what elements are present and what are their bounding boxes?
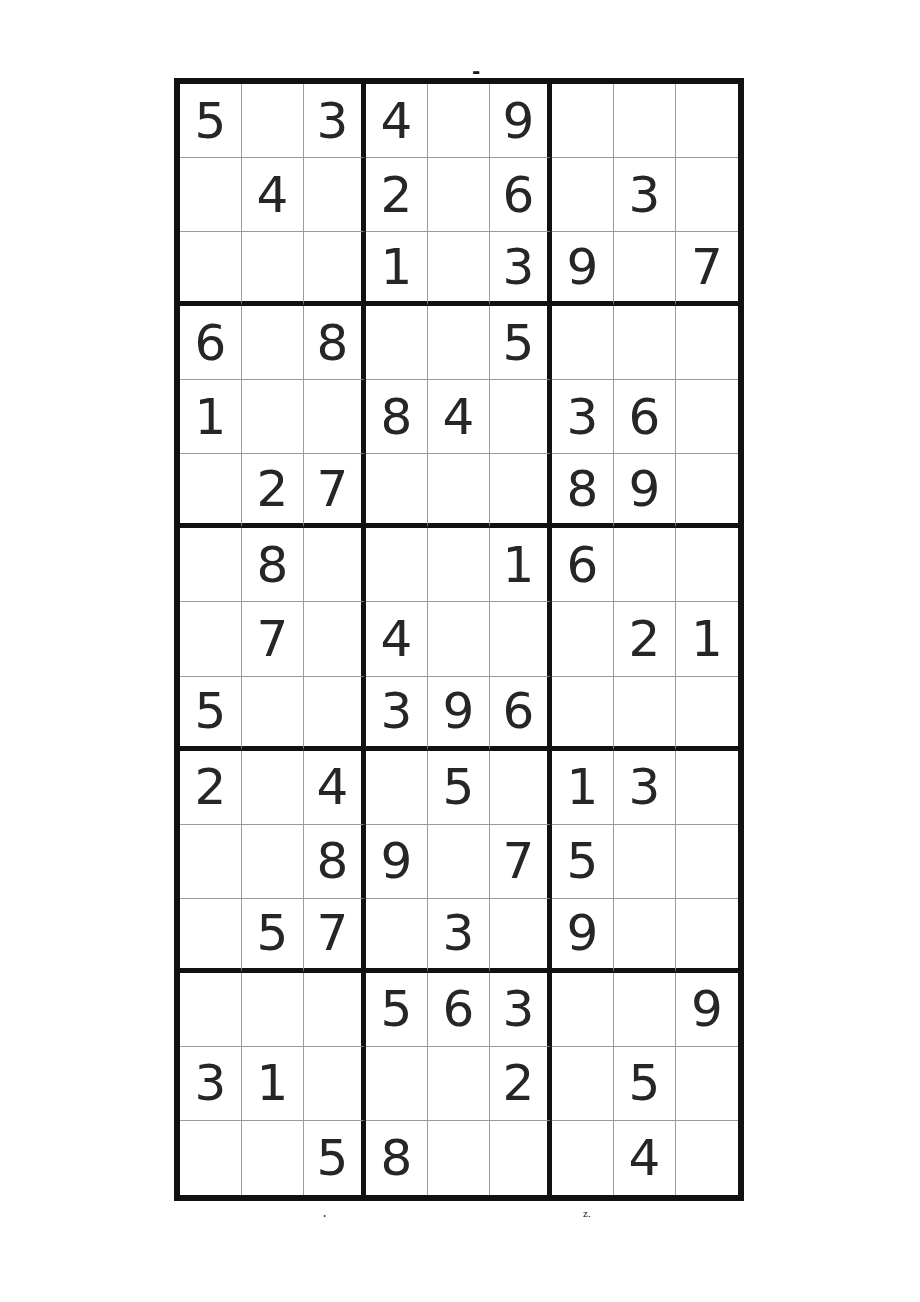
cell-r3c2 <box>242 232 304 306</box>
cell-r4c9 <box>676 306 738 380</box>
cell-r8c7 <box>552 602 614 676</box>
cell-r4c3: 8 <box>304 306 366 380</box>
cell-r11c3: 8 <box>304 825 366 899</box>
cell-r1c1: 5 <box>180 84 242 158</box>
cell-r5c5: 4 <box>428 380 490 454</box>
cell-r1c7 <box>552 84 614 158</box>
cell-r15c7 <box>552 1121 614 1195</box>
cell-r9c9 <box>676 677 738 751</box>
cell-r14c4 <box>366 1047 428 1121</box>
cell-r3c1 <box>180 232 242 306</box>
cell-r4c5 <box>428 306 490 380</box>
cell-r10c8: 3 <box>614 751 676 825</box>
cell-r2c6: 6 <box>490 158 552 232</box>
cell-r7c6: 1 <box>490 528 552 602</box>
cell-r14c1: 3 <box>180 1047 242 1121</box>
cell-r14c7 <box>552 1047 614 1121</box>
cell-r9c5: 9 <box>428 677 490 751</box>
cell-r7c7: 6 <box>552 528 614 602</box>
cell-r8c5 <box>428 602 490 676</box>
cell-r1c9 <box>676 84 738 158</box>
cell-r9c6: 6 <box>490 677 552 751</box>
cell-r5c1: 1 <box>180 380 242 454</box>
cell-r10c7: 1 <box>552 751 614 825</box>
cell-r15c9 <box>676 1121 738 1195</box>
cell-r14c5 <box>428 1047 490 1121</box>
page-artifact-bottom-z-label: z. <box>583 1208 591 1219</box>
cell-r2c5 <box>428 158 490 232</box>
cell-r15c8: 4 <box>614 1121 676 1195</box>
cell-r9c1: 5 <box>180 677 242 751</box>
cell-r1c4: 4 <box>366 84 428 158</box>
cell-r1c6: 9 <box>490 84 552 158</box>
cell-r15c2 <box>242 1121 304 1195</box>
cell-r11c1 <box>180 825 242 899</box>
cell-r13c2 <box>242 973 304 1047</box>
cell-r5c6 <box>490 380 552 454</box>
cell-r3c8 <box>614 232 676 306</box>
cell-r12c3: 7 <box>304 899 366 973</box>
cell-r12c7: 9 <box>552 899 614 973</box>
cell-r13c9: 9 <box>676 973 738 1047</box>
cell-r4c1: 6 <box>180 306 242 380</box>
cell-r3c9: 7 <box>676 232 738 306</box>
cell-r12c9 <box>676 899 738 973</box>
cell-r7c2: 8 <box>242 528 304 602</box>
cell-r2c4: 2 <box>366 158 428 232</box>
cell-r12c1 <box>180 899 242 973</box>
cell-r4c4 <box>366 306 428 380</box>
cell-r10c4 <box>366 751 428 825</box>
cell-r10c1: 2 <box>180 751 242 825</box>
cell-r7c4 <box>366 528 428 602</box>
cell-r2c7 <box>552 158 614 232</box>
cell-r8c2: 7 <box>242 602 304 676</box>
cell-r9c7 <box>552 677 614 751</box>
cell-r15c5 <box>428 1121 490 1195</box>
cell-r5c8: 6 <box>614 380 676 454</box>
cell-r6c5 <box>428 454 490 528</box>
cell-r10c3: 4 <box>304 751 366 825</box>
cell-r4c2 <box>242 306 304 380</box>
scanned-puzzle-page: - 53494263139768518436278981674215396245… <box>0 0 920 1302</box>
cell-r2c2: 4 <box>242 158 304 232</box>
cell-r10c5: 5 <box>428 751 490 825</box>
cell-r13c5: 6 <box>428 973 490 1047</box>
cell-r2c3 <box>304 158 366 232</box>
cell-r7c8 <box>614 528 676 602</box>
cell-r11c2 <box>242 825 304 899</box>
cell-r14c6: 2 <box>490 1047 552 1121</box>
cell-r3c7: 9 <box>552 232 614 306</box>
cell-r14c9 <box>676 1047 738 1121</box>
cell-r1c2 <box>242 84 304 158</box>
cell-r2c9 <box>676 158 738 232</box>
cell-r11c4: 9 <box>366 825 428 899</box>
sudoku-board: 5349426313976851843627898167421539624513… <box>174 78 744 1201</box>
cell-r5c9 <box>676 380 738 454</box>
cell-r11c6: 7 <box>490 825 552 899</box>
cell-r11c5 <box>428 825 490 899</box>
cell-r4c6: 5 <box>490 306 552 380</box>
cell-r10c6 <box>490 751 552 825</box>
cell-r10c9 <box>676 751 738 825</box>
cell-r6c3: 7 <box>304 454 366 528</box>
cell-r9c2 <box>242 677 304 751</box>
cell-r8c9: 1 <box>676 602 738 676</box>
cell-r13c6: 3 <box>490 973 552 1047</box>
cell-r13c3 <box>304 973 366 1047</box>
cell-r15c4: 8 <box>366 1121 428 1195</box>
cell-r3c6: 3 <box>490 232 552 306</box>
cell-r7c9 <box>676 528 738 602</box>
cell-r13c7 <box>552 973 614 1047</box>
cell-r6c1 <box>180 454 242 528</box>
cell-r6c9 <box>676 454 738 528</box>
cell-r5c3 <box>304 380 366 454</box>
cell-r1c3: 3 <box>304 84 366 158</box>
cell-r7c1 <box>180 528 242 602</box>
cell-r6c2: 2 <box>242 454 304 528</box>
cell-r15c3: 5 <box>304 1121 366 1195</box>
cell-r8c4: 4 <box>366 602 428 676</box>
cell-r12c8 <box>614 899 676 973</box>
cell-r3c5 <box>428 232 490 306</box>
cell-r9c8 <box>614 677 676 751</box>
cell-r12c2: 5 <box>242 899 304 973</box>
page-artifact-bottom-dot: . <box>322 1204 327 1220</box>
cell-r6c4 <box>366 454 428 528</box>
cell-r13c1 <box>180 973 242 1047</box>
cell-r4c7 <box>552 306 614 380</box>
cell-r15c6 <box>490 1121 552 1195</box>
cell-r1c8 <box>614 84 676 158</box>
cell-r8c6 <box>490 602 552 676</box>
cell-r5c7: 3 <box>552 380 614 454</box>
cell-r12c4 <box>366 899 428 973</box>
cell-r6c6 <box>490 454 552 528</box>
cell-r14c2: 1 <box>242 1047 304 1121</box>
cell-r7c3 <box>304 528 366 602</box>
cell-r11c7: 5 <box>552 825 614 899</box>
cell-r3c4: 1 <box>366 232 428 306</box>
cell-r15c1 <box>180 1121 242 1195</box>
cell-r5c2 <box>242 380 304 454</box>
cell-r11c9 <box>676 825 738 899</box>
cell-r2c8: 3 <box>614 158 676 232</box>
cell-r4c8 <box>614 306 676 380</box>
cell-r8c1 <box>180 602 242 676</box>
cell-r2c1 <box>180 158 242 232</box>
cell-r7c5 <box>428 528 490 602</box>
cell-r1c5 <box>428 84 490 158</box>
cell-r13c8 <box>614 973 676 1047</box>
cell-r3c3 <box>304 232 366 306</box>
cell-r12c5: 3 <box>428 899 490 973</box>
cell-r12c6 <box>490 899 552 973</box>
cell-r8c3 <box>304 602 366 676</box>
cell-r11c8 <box>614 825 676 899</box>
cell-r13c4: 5 <box>366 973 428 1047</box>
cell-r10c2 <box>242 751 304 825</box>
cell-r14c8: 5 <box>614 1047 676 1121</box>
cell-r5c4: 8 <box>366 380 428 454</box>
cell-r6c8: 9 <box>614 454 676 528</box>
cell-r6c7: 8 <box>552 454 614 528</box>
cell-r9c3 <box>304 677 366 751</box>
cell-r8c8: 2 <box>614 602 676 676</box>
cell-r9c4: 3 <box>366 677 428 751</box>
cell-r14c3 <box>304 1047 366 1121</box>
